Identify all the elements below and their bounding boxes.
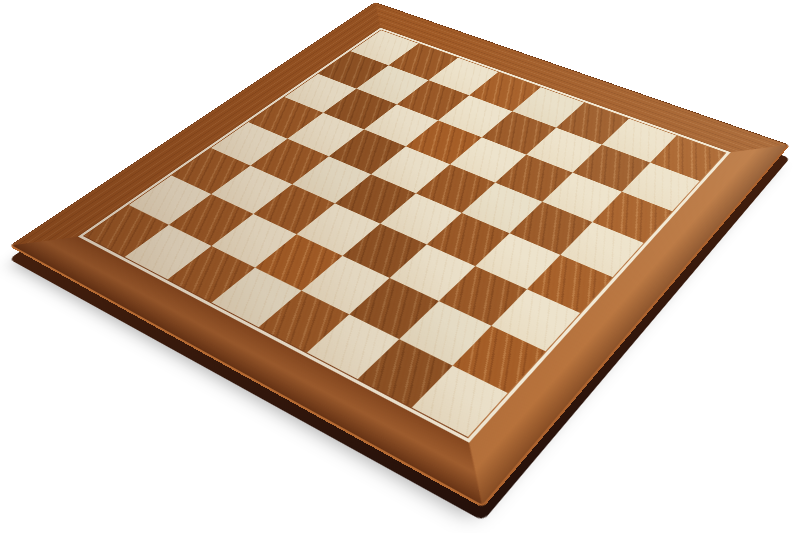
chessboard xyxy=(9,2,790,508)
chessboard-product-photo xyxy=(0,0,800,533)
